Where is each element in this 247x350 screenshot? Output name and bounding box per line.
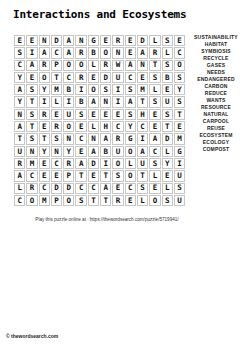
grid-cell: O xyxy=(88,84,99,95)
grid-cell: C xyxy=(39,183,50,194)
grid-cell: M xyxy=(137,84,148,95)
grid-cell: L xyxy=(162,146,173,157)
grid-cell: L xyxy=(149,84,160,95)
grid-cell: H xyxy=(100,121,111,132)
grid-cell: A xyxy=(63,35,74,46)
word-list-item: SYMBIOSIS xyxy=(186,48,246,55)
grid-cell: L xyxy=(14,183,25,194)
grid-cell: E xyxy=(125,195,136,206)
grid-cell: W xyxy=(112,60,123,71)
grid-cell: E xyxy=(75,121,86,132)
grid-cell: C xyxy=(88,183,99,194)
word-list-item: REUSE xyxy=(186,125,246,132)
grid-cell: Y xyxy=(39,146,50,157)
grid-cell: E xyxy=(51,170,62,181)
grid-cell: P xyxy=(51,195,62,206)
grid-cell: S xyxy=(149,96,160,107)
grid-cell: A xyxy=(39,47,50,58)
grid-cell: N xyxy=(75,35,86,46)
grid-cell: L xyxy=(88,121,99,132)
grid-cell: U xyxy=(14,146,25,157)
grid-cell: T xyxy=(149,60,160,71)
grid-cell: Y xyxy=(162,158,173,169)
grid-cell: C xyxy=(125,72,136,83)
grid-cell: U xyxy=(174,195,185,206)
grid-cell: N xyxy=(26,146,37,157)
grid-cell: T xyxy=(100,170,111,181)
grid-cell: S xyxy=(162,109,173,120)
grid-cell: O xyxy=(125,146,136,157)
grid-cell: T xyxy=(88,195,99,206)
grid-cell: A xyxy=(149,133,160,144)
grid-cell: M xyxy=(39,195,50,206)
grid-cell: S xyxy=(149,158,160,169)
grid-cell: E xyxy=(39,121,50,132)
grid-cell: A xyxy=(137,47,148,58)
grid-cell: S xyxy=(125,109,136,120)
grid-cell: E xyxy=(14,35,25,46)
grid-cell: S xyxy=(174,72,185,83)
word-list-item: ECOSYSTEM xyxy=(186,132,246,139)
grid-cell: L xyxy=(125,158,136,169)
grid-cell: E xyxy=(88,170,99,181)
grid-cell: C xyxy=(14,60,25,71)
grid-cell: S xyxy=(51,133,62,144)
grid-cell: R xyxy=(14,158,25,169)
grid-cell: S xyxy=(26,84,37,95)
grid-cell: A xyxy=(100,133,111,144)
grid-cell: L xyxy=(162,183,173,194)
grid-cell: A xyxy=(26,60,37,71)
grid-cell: P xyxy=(63,170,74,181)
grid-cell: Y xyxy=(14,96,25,107)
grid-cell: A xyxy=(63,47,74,58)
grid-cell: S xyxy=(112,170,123,181)
word-list-item: NATURAL xyxy=(186,111,246,118)
word-search-grid: EENDANGEREDLSESIACARBONEARLCCARPOOLRWANT… xyxy=(14,35,185,206)
grid-cell: N xyxy=(51,146,62,157)
grid-cell: E xyxy=(174,121,185,132)
grid-cell: R xyxy=(100,60,111,71)
grid-cell: E xyxy=(149,109,160,120)
grid-cell: E xyxy=(26,35,37,46)
word-list-item: GASES xyxy=(186,62,246,69)
grid-cell: D xyxy=(63,183,74,194)
grid-cell: H xyxy=(137,109,148,120)
grid-cell: E xyxy=(174,35,185,46)
grid-cell: E xyxy=(162,170,173,181)
grid-cell: A xyxy=(14,170,25,181)
grid-cell: R xyxy=(75,47,86,58)
grid-cell: E xyxy=(51,109,62,120)
grid-cell: C xyxy=(75,183,86,194)
grid-cell: E xyxy=(88,109,99,120)
grid-cell: O xyxy=(26,195,37,206)
grid-cell: D xyxy=(137,35,148,46)
grid-cell: B xyxy=(75,96,86,107)
grid-cell: R xyxy=(51,121,62,132)
grid-cell: E xyxy=(75,146,86,157)
grid-cell: R xyxy=(112,133,123,144)
grid-cell: E xyxy=(100,109,111,120)
word-list-item: NEEDS xyxy=(186,69,246,76)
word-list-item: ECOLOGY xyxy=(186,139,246,146)
word-list-item: SUSTAINABILITY xyxy=(186,34,246,41)
word-list-item: REDUCE xyxy=(186,90,246,97)
grid-cell: R xyxy=(26,183,37,194)
grid-cell: U xyxy=(112,72,123,83)
grid-cell: M xyxy=(51,84,62,95)
grid-cell: O xyxy=(100,47,111,58)
grid-cell: R xyxy=(75,72,86,83)
grid-cell: L xyxy=(162,47,173,58)
grid-cell: R xyxy=(63,158,74,169)
grid-cell: S xyxy=(125,84,136,95)
grid-cell: E xyxy=(39,158,50,169)
grid-cell: S xyxy=(162,35,173,46)
grid-cell: G xyxy=(174,146,185,157)
grid-cell: O xyxy=(149,195,160,206)
grid-cell: M xyxy=(174,133,185,144)
grid-cell: T xyxy=(100,195,111,206)
grid-cell: S xyxy=(162,195,173,206)
grid-cell: S xyxy=(137,183,148,194)
grid-cell: C xyxy=(26,170,37,181)
grid-cell: U xyxy=(112,146,123,157)
grid-cell: L xyxy=(137,195,148,206)
grid-cell: E xyxy=(88,72,99,83)
grid-cell: T xyxy=(137,170,148,181)
grid-cell: N xyxy=(88,133,99,144)
grid-cell: S xyxy=(26,109,37,120)
word-list-item: RECYCLE xyxy=(186,55,246,62)
grid-cell: B xyxy=(100,146,111,157)
grid-cell: O xyxy=(112,158,123,169)
grid-cell: N xyxy=(14,109,25,120)
grid-cell: T xyxy=(75,170,86,181)
grid-cell: S xyxy=(75,109,86,120)
grid-cell: S xyxy=(174,183,185,194)
grid-cell: T xyxy=(39,133,50,144)
grid-cell: R xyxy=(112,35,123,46)
grid-cell: E xyxy=(26,72,37,83)
grid-cell: C xyxy=(51,158,62,169)
grid-cell: U xyxy=(137,158,148,169)
grid-cell: P xyxy=(51,60,62,71)
grid-cell: L xyxy=(149,35,160,46)
grid-cell: S xyxy=(100,84,111,95)
word-list-item: RESOURCE xyxy=(186,104,246,111)
grid-cell: I xyxy=(39,96,50,107)
grid-cell: G xyxy=(88,35,99,46)
grid-cell: I xyxy=(112,96,123,107)
grid-cell: A xyxy=(137,146,148,157)
grid-cell: C xyxy=(125,183,136,194)
play-online-text: Play this puzzle online at : https://the… xyxy=(14,217,200,222)
grid-cell: D xyxy=(51,35,62,46)
grid-cell: D xyxy=(162,133,173,144)
grid-cell: O xyxy=(39,72,50,83)
grid-cell: N xyxy=(137,60,148,71)
grid-cell: G xyxy=(125,133,136,144)
grid-cell: O xyxy=(75,60,86,71)
grid-cell: D xyxy=(100,72,111,83)
grid-cell: L xyxy=(51,96,62,107)
grid-cell: B xyxy=(88,47,99,58)
grid-cell: O xyxy=(63,60,74,71)
grid-cell: Y xyxy=(174,84,185,95)
grid-cell: E xyxy=(137,72,148,83)
copyright-text: © thewordsearch.com xyxy=(6,333,58,339)
grid-cell: O xyxy=(63,121,74,132)
word-list-item: ENDANGERED xyxy=(186,76,246,83)
grid-cell: N xyxy=(112,47,123,58)
grid-cell: Y xyxy=(14,72,25,83)
grid-cell: T xyxy=(137,96,148,107)
grid-cell: N xyxy=(63,133,74,144)
grid-cell: A xyxy=(88,146,99,157)
grid-cell: R xyxy=(39,60,50,71)
grid-cell: E xyxy=(100,35,111,46)
grid-cell: Y xyxy=(125,121,136,132)
grid-cell: R xyxy=(112,195,123,206)
puzzle-title: Interactions and Ecosystems xyxy=(13,8,186,21)
grid-cell: O xyxy=(174,60,185,71)
grid-cell: Y xyxy=(39,84,50,95)
grid-cell: E xyxy=(39,170,50,181)
grid-cell: E xyxy=(125,35,136,46)
grid-cell: I xyxy=(26,47,37,58)
grid-cell: D xyxy=(51,183,62,194)
grid-cell: A xyxy=(14,121,25,132)
grid-cell: R xyxy=(149,47,160,58)
grid-cell: U xyxy=(63,109,74,120)
grid-cell: I xyxy=(112,84,123,95)
grid-cell: S xyxy=(174,96,185,107)
word-list: SUSTAINABILITYHABITATSYMBIOSISRECYCLEGAS… xyxy=(186,34,246,153)
word-list-item: WANTS xyxy=(186,97,246,104)
grid-cell: C xyxy=(112,121,123,132)
grid-cell: A xyxy=(75,158,86,169)
grid-cell: T xyxy=(26,121,37,132)
word-list-item: CARPOOL xyxy=(186,118,246,125)
grid-cell: S xyxy=(149,72,160,83)
grid-cell: T xyxy=(26,96,37,107)
grid-cell: C xyxy=(14,195,25,206)
grid-cell: E xyxy=(112,183,123,194)
grid-cell: Y xyxy=(63,146,74,157)
grid-cell: S xyxy=(26,133,37,144)
grid-cell: C xyxy=(149,146,160,157)
grid-cell: E xyxy=(162,84,173,95)
grid-cell: T xyxy=(14,133,25,144)
grid-cell: I xyxy=(75,84,86,95)
grid-cell: I xyxy=(63,96,74,107)
grid-cell: S xyxy=(14,47,25,58)
grid-cell: N xyxy=(39,35,50,46)
grid-cell: E xyxy=(125,47,136,58)
grid-cell: A xyxy=(14,84,25,95)
grid-cell: M xyxy=(26,158,37,169)
grid-cell: I xyxy=(137,133,148,144)
grid-cell: S xyxy=(162,60,173,71)
grid-cell: S xyxy=(75,195,86,206)
grid-cell: A xyxy=(100,183,111,194)
grid-cell: O xyxy=(63,195,74,206)
grid-cell: C xyxy=(75,133,86,144)
grid-cell: U xyxy=(162,96,173,107)
word-list-item: COMPOST xyxy=(186,146,246,153)
grid-cell: R xyxy=(39,109,50,120)
grid-cell: T xyxy=(51,72,62,83)
grid-cell: A xyxy=(125,96,136,107)
grid-cell: U xyxy=(174,170,185,181)
grid-cell: A xyxy=(125,60,136,71)
word-list-item: HABITAT xyxy=(186,41,246,48)
grid-cell: E xyxy=(149,183,160,194)
grid-cell: D xyxy=(88,158,99,169)
grid-cell: B xyxy=(162,72,173,83)
grid-cell: T xyxy=(174,109,185,120)
grid-cell: L xyxy=(149,170,160,181)
grid-cell: O xyxy=(125,170,136,181)
grid-cell: T xyxy=(162,121,173,132)
grid-cell: C xyxy=(51,47,62,58)
grid-cell: C xyxy=(174,47,185,58)
word-list-item: CARBON xyxy=(186,83,246,90)
grid-cell: C xyxy=(137,121,148,132)
grid-cell: L xyxy=(88,60,99,71)
grid-cell: I xyxy=(174,158,185,169)
grid-cell: N xyxy=(100,96,111,107)
grid-cell: E xyxy=(112,109,123,120)
grid-cell: I xyxy=(100,158,111,169)
grid-cell: A xyxy=(88,96,99,107)
grid-cell: B xyxy=(63,84,74,95)
grid-cell: C xyxy=(63,72,74,83)
grid-cell: E xyxy=(149,121,160,132)
